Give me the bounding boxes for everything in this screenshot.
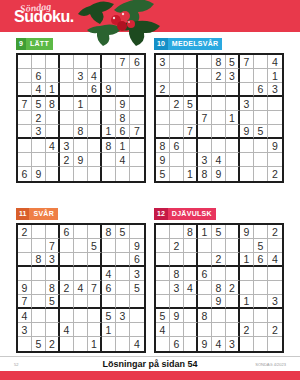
sudoku-11-cell-r6c4[interactable] bbox=[60, 295, 74, 309]
sudoku-12-cell-r8c8[interactable] bbox=[254, 323, 268, 337]
sudoku-9-cell-r1c7[interactable] bbox=[102, 55, 116, 69]
sudoku-9-cell-r2c4[interactable] bbox=[60, 69, 74, 83]
sudoku-10-cell-r9c2[interactable] bbox=[170, 167, 184, 181]
sudoku-9-cell-r8c8[interactable]: 4 bbox=[116, 153, 130, 167]
sudoku-10-cell-r3c2[interactable] bbox=[170, 83, 184, 97]
sudoku-12-cell-r4c1[interactable] bbox=[156, 267, 170, 281]
sudoku-9-cell-r7c7[interactable]: 8 bbox=[102, 139, 116, 153]
sudoku-10-cell-r9c5[interactable]: 9 bbox=[212, 167, 226, 181]
sudoku-11-cell-r4c3[interactable] bbox=[46, 267, 60, 281]
sudoku-12-cell-r4c6[interactable] bbox=[226, 267, 240, 281]
sudoku-12-cell-r7c4[interactable]: 8 bbox=[198, 309, 212, 323]
sudoku-11-cell-r5c2[interactable] bbox=[32, 281, 46, 295]
sudoku-11-cell-r8c3[interactable] bbox=[46, 323, 60, 337]
sudoku-10-cell-r9c7[interactable] bbox=[240, 167, 254, 181]
sudoku-9-cell-r2c8[interactable] bbox=[116, 69, 130, 83]
sudoku-12-cell-r3c6[interactable] bbox=[226, 253, 240, 267]
sudoku-12-cell-r7c1[interactable]: 5 bbox=[156, 309, 170, 323]
sudoku-11-cell-r1c2[interactable] bbox=[32, 225, 46, 239]
sudoku-11-cell-r8c9[interactable] bbox=[130, 323, 144, 337]
sudoku-9-cell-r3c6[interactable]: 6 bbox=[88, 83, 102, 97]
sudoku-10-cell-r2c8[interactable] bbox=[254, 69, 268, 83]
sudoku-11-cell-r3c5[interactable] bbox=[74, 253, 88, 267]
sudoku-10-cell-r1c5[interactable]: 8 bbox=[212, 55, 226, 69]
sudoku-10-cell-r9c6[interactable] bbox=[226, 167, 240, 181]
sudoku-9-cell-r3c4[interactable] bbox=[60, 83, 74, 97]
sudoku-11-cell-r6c6[interactable] bbox=[88, 295, 102, 309]
sudoku-12-cell-r5c8[interactable] bbox=[254, 281, 268, 295]
sudoku-10-cell-r3c3[interactable] bbox=[184, 83, 198, 97]
sudoku-10-cell-r4c3[interactable]: 5 bbox=[184, 97, 198, 111]
sudoku-9-cell-r9c2[interactable]: 9 bbox=[32, 167, 46, 181]
sudoku-12-cell-r5c1[interactable] bbox=[156, 281, 170, 295]
sudoku-10-cell-r5c4[interactable]: 7 bbox=[198, 111, 212, 125]
sudoku-9-cell-r1c2[interactable] bbox=[32, 55, 46, 69]
sudoku-10-cell-r3c5[interactable] bbox=[212, 83, 226, 97]
sudoku-9-cell-r2c9[interactable] bbox=[130, 69, 144, 83]
sudoku-10-cell-r2c3[interactable] bbox=[184, 69, 198, 83]
sudoku-11-cell-r8c4[interactable]: 4 bbox=[60, 323, 74, 337]
sudoku-11-cell-r1c9[interactable] bbox=[130, 225, 144, 239]
sudoku-9-cell-r7c4[interactable]: 3 bbox=[60, 139, 74, 153]
sudoku-9-cell-r5c9[interactable] bbox=[130, 111, 144, 125]
sudoku-9-cell-r5c3[interactable] bbox=[46, 111, 60, 125]
sudoku-11-cell-r9c1[interactable] bbox=[18, 337, 32, 351]
sudoku-12-cell-r8c4[interactable] bbox=[198, 323, 212, 337]
sudoku-10-cell-r3c4[interactable] bbox=[198, 83, 212, 97]
sudoku-10-cell-r2c4[interactable] bbox=[198, 69, 212, 83]
sudoku-10-cell-r6c8[interactable]: 5 bbox=[254, 125, 268, 139]
sudoku-12-cell-r2c7[interactable] bbox=[240, 239, 254, 253]
sudoku-9-cell-r2c2[interactable]: 6 bbox=[32, 69, 46, 83]
sudoku-9-cell-r8c3[interactable] bbox=[46, 153, 60, 167]
sudoku-12-cell-r9c8[interactable] bbox=[254, 337, 268, 351]
sudoku-10-cell-r6c2[interactable] bbox=[170, 125, 184, 139]
sudoku-11-cell-r1c3[interactable] bbox=[46, 225, 60, 239]
sudoku-9-cell-r2c1[interactable] bbox=[18, 69, 32, 83]
sudoku-9-cell-r6c5[interactable]: 8 bbox=[74, 125, 88, 139]
sudoku-10-cell-r2c9[interactable]: 1 bbox=[268, 69, 282, 83]
sudoku-9-cell-r5c1[interactable] bbox=[18, 111, 32, 125]
sudoku-11-cell-r9c3[interactable]: 2 bbox=[46, 337, 60, 351]
sudoku-10-cell-r1c7[interactable]: 7 bbox=[240, 55, 254, 69]
sudoku-12-cell-r8c2[interactable] bbox=[170, 323, 184, 337]
sudoku-10-cell-r7c9[interactable]: 9 bbox=[268, 139, 282, 153]
sudoku-10-cell-r8c8[interactable] bbox=[254, 153, 268, 167]
sudoku-11-cell-r9c2[interactable]: 5 bbox=[32, 337, 46, 351]
sudoku-11-cell-r7c3[interactable] bbox=[46, 309, 60, 323]
sudoku-11-cell-r7c2[interactable] bbox=[32, 309, 46, 323]
sudoku-10-cell-r4c4[interactable] bbox=[198, 97, 212, 111]
sudoku-12-cell-r4c3[interactable] bbox=[184, 267, 198, 281]
sudoku-11-cell-r4c8[interactable] bbox=[116, 267, 130, 281]
sudoku-12-cell-r9c3[interactable] bbox=[184, 337, 198, 351]
sudoku-12-cell-r7c3[interactable] bbox=[184, 309, 198, 323]
sudoku-12-cell-r3c2[interactable] bbox=[170, 253, 184, 267]
sudoku-12-cell-r9c5[interactable]: 4 bbox=[212, 337, 226, 351]
sudoku-9-cell-r6c9[interactable]: 7 bbox=[130, 125, 144, 139]
sudoku-11-cell-r4c1[interactable] bbox=[18, 267, 32, 281]
sudoku-11-cell-r9c7[interactable] bbox=[102, 337, 116, 351]
sudoku-9-cell-r3c7[interactable]: 9 bbox=[102, 83, 116, 97]
sudoku-10-cell-r2c5[interactable]: 2 bbox=[212, 69, 226, 83]
sudoku-9-cell-r3c9[interactable] bbox=[130, 83, 144, 97]
sudoku-9-cell-r9c4[interactable] bbox=[60, 167, 74, 181]
sudoku-12-cell-r1c8[interactable] bbox=[254, 225, 268, 239]
sudoku-10-cell-r6c7[interactable]: 9 bbox=[240, 125, 254, 139]
sudoku-9-cell-r8c2[interactable] bbox=[32, 153, 46, 167]
sudoku-10-cell-r7c7[interactable] bbox=[240, 139, 254, 153]
sudoku-12-cell-r2c4[interactable] bbox=[198, 239, 212, 253]
sudoku-11-cell-r7c7[interactable]: 5 bbox=[102, 309, 116, 323]
sudoku-9-cell-r7c5[interactable] bbox=[74, 139, 88, 153]
sudoku-10-cell-r1c2[interactable] bbox=[170, 55, 184, 69]
sudoku-9-cell-r8c4[interactable]: 2 bbox=[60, 153, 74, 167]
sudoku-9-cell-r4c4[interactable] bbox=[60, 97, 74, 111]
sudoku-9-cell-r4c8[interactable]: 9 bbox=[116, 97, 130, 111]
sudoku-10-cell-r8c9[interactable] bbox=[268, 153, 282, 167]
sudoku-11-cell-r4c9[interactable]: 3 bbox=[130, 267, 144, 281]
sudoku-11-cell-r3c6[interactable] bbox=[88, 253, 102, 267]
sudoku-9-cell-r1c4[interactable] bbox=[60, 55, 74, 69]
sudoku-11-cell-r6c5[interactable] bbox=[74, 295, 88, 309]
sudoku-10-cell-r9c9[interactable]: 2 bbox=[268, 167, 282, 181]
sudoku-11-cell-r6c1[interactable]: 7 bbox=[18, 295, 32, 309]
sudoku-11-cell-r9c9[interactable]: 4 bbox=[130, 337, 144, 351]
sudoku-11-cell-r7c4[interactable] bbox=[60, 309, 74, 323]
sudoku-12-cell-r7c5[interactable] bbox=[212, 309, 226, 323]
sudoku-10-cell-r8c1[interactable]: 9 bbox=[156, 153, 170, 167]
sudoku-12-cell-r8c1[interactable]: 4 bbox=[156, 323, 170, 337]
sudoku-9-cell-r6c6[interactable] bbox=[88, 125, 102, 139]
sudoku-11-cell-r1c4[interactable]: 6 bbox=[60, 225, 74, 239]
sudoku-12-cell-r3c4[interactable] bbox=[198, 253, 212, 267]
sudoku-11-cell-r8c1[interactable]: 3 bbox=[18, 323, 32, 337]
sudoku-11-cell-r3c1[interactable] bbox=[18, 253, 32, 267]
sudoku-11-cell-r8c7[interactable]: 1 bbox=[102, 323, 116, 337]
sudoku-10-cell-r4c1[interactable] bbox=[156, 97, 170, 111]
sudoku-9-cell-r5c8[interactable]: 8 bbox=[116, 111, 130, 125]
sudoku-12-cell-r2c9[interactable] bbox=[268, 239, 282, 253]
sudoku-9-cell-r6c4[interactable] bbox=[60, 125, 74, 139]
sudoku-11-cell-r9c5[interactable] bbox=[74, 337, 88, 351]
sudoku-10-cell-r9c8[interactable] bbox=[254, 167, 268, 181]
sudoku-10-cell-r7c2[interactable]: 6 bbox=[170, 139, 184, 153]
sudoku-9-cell-r7c1[interactable] bbox=[18, 139, 32, 153]
sudoku-9-cell-r6c7[interactable]: 1 bbox=[102, 125, 116, 139]
sudoku-9-cell-r2c5[interactable]: 3 bbox=[74, 69, 88, 83]
sudoku-12-cell-r6c7[interactable]: 1 bbox=[240, 295, 254, 309]
sudoku-12-cell-r3c7[interactable]: 1 bbox=[240, 253, 254, 267]
sudoku-10-cell-r7c3[interactable] bbox=[184, 139, 198, 153]
sudoku-11-cell-r8c5[interactable] bbox=[74, 323, 88, 337]
sudoku-10-cell-r5c7[interactable] bbox=[240, 111, 254, 125]
sudoku-12-cell-r8c5[interactable] bbox=[212, 323, 226, 337]
sudoku-11-cell-r9c8[interactable] bbox=[116, 337, 130, 351]
sudoku-9-cell-r5c4[interactable] bbox=[60, 111, 74, 125]
sudoku-11-cell-r4c4[interactable] bbox=[60, 267, 74, 281]
sudoku-10-cell-r8c6[interactable] bbox=[226, 153, 240, 167]
sudoku-12-cell-r6c4[interactable] bbox=[198, 295, 212, 309]
sudoku-9-cell-r2c6[interactable]: 4 bbox=[88, 69, 102, 83]
sudoku-9-cell-r1c9[interactable]: 6 bbox=[130, 55, 144, 69]
sudoku-9-cell-r4c3[interactable]: 8 bbox=[46, 97, 60, 111]
sudoku-12-cell-r6c9[interactable]: 3 bbox=[268, 295, 282, 309]
sudoku-12-cell-r4c8[interactable] bbox=[254, 267, 268, 281]
sudoku-12-cell-r1c2[interactable] bbox=[170, 225, 184, 239]
sudoku-11-cell-r1c8[interactable]: 5 bbox=[116, 225, 130, 239]
sudoku-11-cell-r3c3[interactable]: 3 bbox=[46, 253, 60, 267]
sudoku-11-cell-r5c8[interactable] bbox=[116, 281, 130, 295]
sudoku-9-cell-r9c8[interactable] bbox=[116, 167, 130, 181]
sudoku-10-cell-r8c7[interactable] bbox=[240, 153, 254, 167]
sudoku-12-cell-r4c5[interactable] bbox=[212, 267, 226, 281]
sudoku-10-cell-r2c1[interactable] bbox=[156, 69, 170, 83]
sudoku-9-cell-r5c5[interactable] bbox=[74, 111, 88, 125]
sudoku-10-cell-r1c4[interactable] bbox=[198, 55, 212, 69]
sudoku-9-cell-r1c5[interactable] bbox=[74, 55, 88, 69]
sudoku-11-cell-r4c5[interactable] bbox=[74, 267, 88, 281]
sudoku-11-cell-r7c9[interactable] bbox=[130, 309, 144, 323]
sudoku-9-cell-r4c6[interactable] bbox=[88, 97, 102, 111]
sudoku-12-cell-r1c9[interactable]: 2 bbox=[268, 225, 282, 239]
sudoku-11-cell-r4c6[interactable] bbox=[88, 267, 102, 281]
sudoku-11-cell-r5c4[interactable]: 2 bbox=[60, 281, 74, 295]
sudoku-10-cell-r6c4[interactable] bbox=[198, 125, 212, 139]
sudoku-9-cell-r8c6[interactable] bbox=[88, 153, 102, 167]
sudoku-11-cell-r7c8[interactable]: 3 bbox=[116, 309, 130, 323]
sudoku-11-cell-r2c1[interactable] bbox=[18, 239, 32, 253]
sudoku-10-cell-r4c6[interactable] bbox=[226, 97, 240, 111]
sudoku-10-cell-r9c4[interactable]: 8 bbox=[198, 167, 212, 181]
sudoku-9-cell-r1c8[interactable]: 7 bbox=[116, 55, 130, 69]
sudoku-12-cell-r2c8[interactable]: 5 bbox=[254, 239, 268, 253]
sudoku-9-cell-r3c1[interactable] bbox=[18, 83, 32, 97]
sudoku-10-cell-r1c8[interactable] bbox=[254, 55, 268, 69]
sudoku-12-cell-r2c5[interactable] bbox=[212, 239, 226, 253]
sudoku-12-cell-r9c9[interactable] bbox=[268, 337, 282, 351]
sudoku-10-cell-r4c5[interactable] bbox=[212, 97, 226, 111]
sudoku-12-cell-r9c4[interactable]: 9 bbox=[198, 337, 212, 351]
sudoku-9-cell-r2c7[interactable] bbox=[102, 69, 116, 83]
sudoku-11-cell-r2c7[interactable] bbox=[102, 239, 116, 253]
sudoku-12-cell-r1c4[interactable]: 1 bbox=[198, 225, 212, 239]
sudoku-9-cell-r1c1[interactable] bbox=[18, 55, 32, 69]
sudoku-12-cell-r6c5[interactable]: 9 bbox=[212, 295, 226, 309]
sudoku-11-cell-r7c6[interactable] bbox=[88, 309, 102, 323]
sudoku-10-cell-r5c1[interactable] bbox=[156, 111, 170, 125]
sudoku-10-cell-r6c9[interactable] bbox=[268, 125, 282, 139]
sudoku-10-cell-r5c5[interactable] bbox=[212, 111, 226, 125]
sudoku-9-cell-r5c6[interactable] bbox=[88, 111, 102, 125]
sudoku-9-cell-r8c9[interactable] bbox=[130, 153, 144, 167]
sudoku-12-cell-r5c5[interactable]: 8 bbox=[212, 281, 226, 295]
sudoku-10-cell-r1c1[interactable]: 3 bbox=[156, 55, 170, 69]
sudoku-12-cell-r6c6[interactable] bbox=[226, 295, 240, 309]
sudoku-10-cell-r7c5[interactable] bbox=[212, 139, 226, 153]
sudoku-12-cell-r2c3[interactable] bbox=[184, 239, 198, 253]
sudoku-11-cell-r1c5[interactable] bbox=[74, 225, 88, 239]
sudoku-10-cell-r1c9[interactable]: 4 bbox=[268, 55, 282, 69]
sudoku-11-cell-r4c2[interactable] bbox=[32, 267, 46, 281]
sudoku-9-cell-r8c1[interactable] bbox=[18, 153, 32, 167]
sudoku-11-cell-r3c7[interactable] bbox=[102, 253, 116, 267]
sudoku-9-cell-r9c3[interactable] bbox=[46, 167, 60, 181]
sudoku-12-cell-r6c3[interactable] bbox=[184, 295, 198, 309]
sudoku-11-cell-r8c6[interactable] bbox=[88, 323, 102, 337]
sudoku-12-cell-r3c9[interactable]: 4 bbox=[268, 253, 282, 267]
sudoku-12-cell-r1c7[interactable]: 9 bbox=[240, 225, 254, 239]
sudoku-12-cell-r4c9[interactable] bbox=[268, 267, 282, 281]
sudoku-11-cell-r9c4[interactable] bbox=[60, 337, 74, 351]
sudoku-12-cell-r7c6[interactable] bbox=[226, 309, 240, 323]
sudoku-9-cell-r7c6[interactable] bbox=[88, 139, 102, 153]
sudoku-10-cell-r9c1[interactable]: 5 bbox=[156, 167, 170, 181]
sudoku-10-cell-r5c8[interactable] bbox=[254, 111, 268, 125]
sudoku-12-cell-r8c6[interactable] bbox=[226, 323, 240, 337]
sudoku-12-cell-r6c1[interactable] bbox=[156, 295, 170, 309]
sudoku-11-cell-r5c9[interactable]: 5 bbox=[130, 281, 144, 295]
sudoku-10-cell-r9c3[interactable]: 1 bbox=[184, 167, 198, 181]
sudoku-12-cell-r6c2[interactable] bbox=[170, 295, 184, 309]
sudoku-11-cell-r6c9[interactable] bbox=[130, 295, 144, 309]
sudoku-12-cell-r3c1[interactable] bbox=[156, 253, 170, 267]
sudoku-12-cell-r1c3[interactable]: 8 bbox=[184, 225, 198, 239]
sudoku-10-cell-r3c7[interactable] bbox=[240, 83, 254, 97]
sudoku-12-cell-r3c3[interactable] bbox=[184, 253, 198, 267]
sudoku-9-cell-r3c5[interactable] bbox=[74, 83, 88, 97]
sudoku-12-cell-r5c3[interactable]: 4 bbox=[184, 281, 198, 295]
sudoku-11-cell-r8c2[interactable] bbox=[32, 323, 46, 337]
sudoku-12-cell-r4c4[interactable]: 6 bbox=[198, 267, 212, 281]
sudoku-12-cell-r2c1[interactable] bbox=[156, 239, 170, 253]
sudoku-10-cell-r7c8[interactable] bbox=[254, 139, 268, 153]
sudoku-12-cell-r5c9[interactable] bbox=[268, 281, 282, 295]
sudoku-10-cell-r2c2[interactable] bbox=[170, 69, 184, 83]
sudoku-10-cell-r2c6[interactable]: 3 bbox=[226, 69, 240, 83]
sudoku-10-cell-r8c3[interactable] bbox=[184, 153, 198, 167]
sudoku-9-cell-r4c7[interactable] bbox=[102, 97, 116, 111]
sudoku-12-cell-r3c5[interactable]: 2 bbox=[212, 253, 226, 267]
sudoku-10-cell-r6c5[interactable] bbox=[212, 125, 226, 139]
sudoku-12-cell-r7c9[interactable] bbox=[268, 309, 282, 323]
sudoku-12-cell-r5c7[interactable] bbox=[240, 281, 254, 295]
sudoku-12-cell-r5c2[interactable]: 3 bbox=[170, 281, 184, 295]
sudoku-11-cell-r8c8[interactable] bbox=[116, 323, 130, 337]
sudoku-9-cell-r4c1[interactable]: 7 bbox=[18, 97, 32, 111]
sudoku-10-cell-r5c3[interactable] bbox=[184, 111, 198, 125]
sudoku-11-cell-r6c7[interactable] bbox=[102, 295, 116, 309]
sudoku-11-cell-r1c7[interactable]: 8 bbox=[102, 225, 116, 239]
sudoku-9-cell-r9c1[interactable]: 6 bbox=[18, 167, 32, 181]
sudoku-9-cell-r7c9[interactable] bbox=[130, 139, 144, 153]
sudoku-11-cell-r7c5[interactable] bbox=[74, 309, 88, 323]
sudoku-9-cell-r2c3[interactable] bbox=[46, 69, 60, 83]
sudoku-10-cell-r5c2[interactable] bbox=[170, 111, 184, 125]
sudoku-10-cell-r8c5[interactable]: 4 bbox=[212, 153, 226, 167]
sudoku-10-cell-r5c9[interactable] bbox=[268, 111, 282, 125]
sudoku-9-cell-r4c9[interactable] bbox=[130, 97, 144, 111]
sudoku-11-cell-r2c9[interactable]: 9 bbox=[130, 239, 144, 253]
sudoku-11-cell-r7c1[interactable]: 4 bbox=[18, 309, 32, 323]
sudoku-9-cell-r9c9[interactable] bbox=[130, 167, 144, 181]
sudoku-12-cell-r1c5[interactable]: 5 bbox=[212, 225, 226, 239]
sudoku-10-cell-r2c7[interactable] bbox=[240, 69, 254, 83]
sudoku-11-cell-r3c8[interactable] bbox=[116, 253, 130, 267]
sudoku-10-cell-r3c8[interactable]: 6 bbox=[254, 83, 268, 97]
sudoku-9-cell-r6c1[interactable] bbox=[18, 125, 32, 139]
sudoku-11-cell-r2c2[interactable] bbox=[32, 239, 46, 253]
sudoku-12-cell-r7c2[interactable]: 9 bbox=[170, 309, 184, 323]
sudoku-12-cell-r4c7[interactable] bbox=[240, 267, 254, 281]
sudoku-12-cell-r4c2[interactable]: 8 bbox=[170, 267, 184, 281]
sudoku-9-cell-r1c6[interactable] bbox=[88, 55, 102, 69]
sudoku-9-cell-r9c6[interactable] bbox=[88, 167, 102, 181]
sudoku-10-cell-r3c6[interactable] bbox=[226, 83, 240, 97]
sudoku-11-cell-r3c2[interactable]: 8 bbox=[32, 253, 46, 267]
sudoku-10-cell-r7c1[interactable]: 8 bbox=[156, 139, 170, 153]
sudoku-11-cell-r2c5[interactable] bbox=[74, 239, 88, 253]
sudoku-11-cell-r2c4[interactable] bbox=[60, 239, 74, 253]
sudoku-9-cell-r8c5[interactable]: 9 bbox=[74, 153, 88, 167]
sudoku-12-cell-r9c7[interactable] bbox=[240, 337, 254, 351]
sudoku-11-cell-r6c3[interactable]: 5 bbox=[46, 295, 60, 309]
sudoku-11-cell-r4c7[interactable]: 4 bbox=[102, 267, 116, 281]
sudoku-9-cell-r4c5[interactable]: 1 bbox=[74, 97, 88, 111]
sudoku-9-cell-r3c3[interactable]: 1 bbox=[46, 83, 60, 97]
sudoku-11-cell-r2c8[interactable] bbox=[116, 239, 130, 253]
sudoku-10-cell-r8c2[interactable] bbox=[170, 153, 184, 167]
sudoku-11-cell-r6c2[interactable] bbox=[32, 295, 46, 309]
sudoku-9-cell-r6c8[interactable]: 6 bbox=[116, 125, 130, 139]
sudoku-11-cell-r5c6[interactable]: 7 bbox=[88, 281, 102, 295]
sudoku-9-cell-r5c7[interactable] bbox=[102, 111, 116, 125]
sudoku-10-cell-r1c6[interactable]: 5 bbox=[226, 55, 240, 69]
sudoku-12-cell-r3c8[interactable]: 6 bbox=[254, 253, 268, 267]
sudoku-10-cell-r4c8[interactable] bbox=[254, 97, 268, 111]
sudoku-10-cell-r1c3[interactable] bbox=[184, 55, 198, 69]
sudoku-12-cell-r8c9[interactable]: 2 bbox=[268, 323, 282, 337]
sudoku-12-cell-r2c2[interactable]: 2 bbox=[170, 239, 184, 253]
sudoku-10-cell-r8c4[interactable]: 3 bbox=[198, 153, 212, 167]
sudoku-12-cell-r9c6[interactable]: 3 bbox=[226, 337, 240, 351]
sudoku-9-cell-r7c8[interactable]: 1 bbox=[116, 139, 130, 153]
sudoku-12-cell-r5c6[interactable]: 2 bbox=[226, 281, 240, 295]
sudoku-11-cell-r3c9[interactable]: 6 bbox=[130, 253, 144, 267]
sudoku-9-cell-r6c2[interactable]: 3 bbox=[32, 125, 46, 139]
sudoku-10-cell-r3c1[interactable]: 2 bbox=[156, 83, 170, 97]
sudoku-9-cell-r9c5[interactable] bbox=[74, 167, 88, 181]
sudoku-9-cell-r7c3[interactable]: 4 bbox=[46, 139, 60, 153]
sudoku-11-cell-r6c8[interactable] bbox=[116, 295, 130, 309]
sudoku-11-cell-r5c7[interactable]: 6 bbox=[102, 281, 116, 295]
sudoku-11-cell-r1c6[interactable] bbox=[88, 225, 102, 239]
sudoku-11-cell-r2c3[interactable]: 7 bbox=[46, 239, 60, 253]
sudoku-12-cell-r7c7[interactable] bbox=[240, 309, 254, 323]
sudoku-10-cell-r6c6[interactable] bbox=[226, 125, 240, 139]
sudoku-12-cell-r9c1[interactable] bbox=[156, 337, 170, 351]
sudoku-10-cell-r4c7[interactable]: 3 bbox=[240, 97, 254, 111]
sudoku-10-cell-r7c6[interactable] bbox=[226, 139, 240, 153]
sudoku-11-cell-r9c6[interactable]: 1 bbox=[88, 337, 102, 351]
sudoku-10-cell-r7c4[interactable] bbox=[198, 139, 212, 153]
sudoku-9-cell-r6c3[interactable] bbox=[46, 125, 60, 139]
sudoku-10-cell-r6c3[interactable]: 7 bbox=[184, 125, 198, 139]
sudoku-11-cell-r3c4[interactable] bbox=[60, 253, 74, 267]
sudoku-9-cell-r7c2[interactable] bbox=[32, 139, 46, 153]
sudoku-10-cell-r6c1[interactable] bbox=[156, 125, 170, 139]
sudoku-10-cell-r5c6[interactable]: 1 bbox=[226, 111, 240, 125]
